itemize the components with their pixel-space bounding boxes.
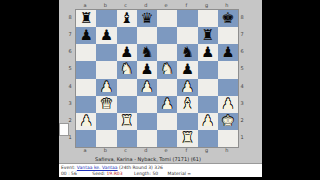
square-f6[interactable]: ♞ [177, 44, 197, 61]
file-labels-bottom: abcdefgh [75, 146, 237, 154]
square-d3[interactable] [137, 96, 157, 113]
square-e7[interactable] [157, 27, 177, 44]
coord-label: b [95, 1, 115, 9]
black-bishop-c8: ♝ [120, 10, 133, 27]
square-d4[interactable]: ♟ [137, 79, 157, 96]
square-a2[interactable]: ♟ [76, 113, 96, 130]
square-a5[interactable] [76, 61, 96, 78]
white-pawn-h3: ♟ [221, 96, 234, 113]
square-h1[interactable] [218, 130, 238, 147]
square-d6[interactable]: ♞ [137, 44, 157, 61]
coord-label: e [156, 1, 176, 9]
square-h5[interactable] [218, 61, 238, 78]
coord-label: 4 [238, 78, 246, 95]
players-line: Safieva, Karina - Nyback, Tomi (7171) (6… [95, 156, 261, 162]
square-b7[interactable]: ♟ [96, 27, 116, 44]
material-text: Material = [168, 171, 191, 176]
square-a3[interactable] [76, 96, 96, 113]
square-b2[interactable] [96, 113, 116, 130]
white-rook-c2: ♜ [120, 113, 133, 130]
square-b1[interactable] [96, 130, 116, 147]
square-c6[interactable]: ♟ [117, 44, 137, 61]
coord-label: 1 [238, 129, 246, 146]
square-b5[interactable] [96, 61, 116, 78]
black-rook-g7: ♜ [201, 27, 214, 44]
white-pawn-e3: ♟ [161, 96, 174, 113]
length-text: Length: 50 [134, 171, 158, 176]
square-c7[interactable] [117, 27, 137, 44]
square-h3[interactable]: ♟ [218, 96, 238, 113]
coord-label: a [75, 1, 95, 9]
square-g3[interactable] [198, 96, 218, 113]
coord-label: b [95, 146, 115, 154]
coord-label: 6 [66, 43, 74, 60]
square-e4[interactable] [157, 79, 177, 96]
square-g2[interactable]: ♟ [198, 113, 218, 130]
square-a1[interactable] [76, 130, 96, 147]
square-b4[interactable]: ♟ [96, 79, 116, 96]
square-c4[interactable] [117, 79, 137, 96]
coord-label: e [156, 146, 176, 154]
coord-label: c [116, 146, 136, 154]
white-bishop-f3: ♝ [181, 96, 194, 113]
coord-label: a [75, 146, 95, 154]
seed-label: Seed: [92, 171, 105, 176]
coord-label: h [217, 146, 237, 154]
square-g5[interactable] [198, 61, 218, 78]
coord-label: g [197, 1, 217, 9]
square-g4[interactable] [198, 79, 218, 96]
square-g7[interactable]: ♜ [198, 27, 218, 44]
square-c8[interactable]: ♝ [117, 10, 137, 27]
coord-label: 4 [66, 78, 74, 95]
coord-label: 5 [66, 60, 74, 77]
square-e5[interactable]: ♞ [157, 61, 177, 78]
length-value: 50 [152, 171, 158, 176]
square-b6[interactable] [96, 44, 116, 61]
coord-label: 8 [238, 9, 246, 26]
chess-board[interactable]: ♜♝♛♚♟♟♜♟♞♞♟♟♞♟♞♟♟♟♟♛♟♝♟♟♜♟♚♜ [75, 9, 239, 148]
coord-label: c [116, 1, 136, 9]
square-d1[interactable] [137, 130, 157, 147]
square-h4[interactable] [218, 79, 238, 96]
coord-label: d [136, 146, 156, 154]
square-b8[interactable] [96, 10, 116, 27]
square-a8[interactable]: ♜ [76, 10, 96, 27]
square-g8[interactable] [198, 10, 218, 27]
coord-label: 7 [238, 26, 246, 43]
coord-label: g [197, 146, 217, 154]
square-c3[interactable] [117, 96, 137, 113]
coord-label: 5 [238, 60, 246, 77]
coord-label: f [176, 146, 196, 154]
square-a7[interactable]: ♟ [76, 27, 96, 44]
square-f1[interactable]: ♜ [177, 130, 197, 147]
black-knight-d6: ♞ [140, 44, 153, 61]
black-pawn-c6: ♟ [120, 44, 133, 61]
square-d5[interactable]: ♟ [137, 61, 157, 78]
white-pawn-g2: ♟ [201, 113, 214, 130]
white-pawn-b4: ♟ [100, 79, 113, 96]
caption-box: Event: Vantaa ke. Vantaa (24th Round 3) … [59, 163, 262, 177]
chess-gui-stage: abcdefgh 87654321 ♜♝♛♚♟♟♜♟♞♞♟♟♞♟♞♟♟♟♟♛♟♝… [59, 0, 262, 176]
square-c2[interactable]: ♜ [117, 113, 137, 130]
coord-label: f [176, 1, 196, 9]
square-h7[interactable] [218, 27, 238, 44]
square-f3[interactable]: ♝ [177, 96, 197, 113]
clock-text: 00 : 56 [61, 171, 77, 176]
white-pawn-f4: ♟ [181, 79, 194, 96]
square-c1[interactable] [117, 130, 137, 147]
coord-label: 3 [238, 95, 246, 112]
event-tail: 326 [154, 165, 163, 170]
black-king-h8: ♚ [221, 10, 234, 27]
white-knight-c5: ♞ [120, 61, 133, 78]
seed-value: 19.R03 [107, 171, 123, 176]
black-rook-a8: ♜ [80, 10, 93, 27]
black-pawn-b7: ♟ [100, 27, 113, 44]
square-e6[interactable] [157, 44, 177, 61]
square-f2[interactable] [177, 113, 197, 130]
side-panel-chip [59, 123, 69, 136]
coord-label: 6 [238, 43, 246, 60]
square-d2[interactable] [137, 113, 157, 130]
coord-label: 7 [66, 26, 74, 43]
length-label: Length: [134, 171, 151, 176]
square-a4[interactable] [76, 79, 96, 96]
file-labels-top: abcdefgh [75, 1, 237, 9]
square-f5[interactable]: ♟ [177, 61, 197, 78]
square-h8[interactable]: ♚ [218, 10, 238, 27]
white-knight-e5: ♞ [161, 61, 174, 78]
square-a6[interactable] [76, 44, 96, 61]
square-e8[interactable] [157, 10, 177, 27]
black-pawn-d5: ♟ [140, 61, 153, 78]
square-d7[interactable] [137, 27, 157, 44]
event-link[interactable]: Vantaa ke. Vantaa [77, 165, 118, 170]
white-king-h2: ♚ [221, 113, 234, 130]
event-line: Event: Vantaa ke. Vantaa (24th Round 3) … [61, 165, 163, 170]
square-g1[interactable] [198, 130, 218, 147]
event-label: Event: [61, 165, 75, 170]
black-queen-d8: ♛ [140, 10, 153, 27]
square-f8[interactable] [177, 10, 197, 27]
video-frame: abcdefgh 87654321 ♜♝♛♚♟♟♜♟♞♞♟♟♞♟♞♟♟♟♟♛♟♝… [0, 0, 320, 180]
square-d8[interactable]: ♛ [137, 10, 157, 27]
white-pawn-a2: ♟ [80, 113, 93, 130]
game-info-line: 00 : 56 Seed: 19.R03 Length: 50 Material… [61, 171, 260, 176]
square-c5[interactable]: ♞ [117, 61, 137, 78]
square-e1[interactable] [157, 130, 177, 147]
square-e2[interactable] [157, 113, 177, 130]
coord-label: 3 [66, 95, 74, 112]
coord-label: h [217, 1, 237, 9]
coord-label: 8 [66, 9, 74, 26]
square-b3[interactable]: ♛ [96, 96, 116, 113]
coord-label: 2 [238, 112, 246, 129]
square-h6[interactable]: ♟ [218, 44, 238, 61]
square-e3[interactable]: ♟ [157, 96, 177, 113]
coord-label: d [136, 1, 156, 9]
square-h2[interactable]: ♚ [218, 113, 238, 130]
white-rook-f1: ♜ [181, 130, 194, 147]
square-g6[interactable]: ♟ [198, 44, 218, 61]
black-knight-f6: ♞ [181, 44, 194, 61]
rank-labels-right: 87654321 [238, 9, 246, 146]
black-pawn-f5: ♟ [181, 61, 194, 78]
white-pawn-d4: ♟ [140, 79, 153, 96]
black-pawn-h6: ♟ [221, 44, 234, 61]
black-pawn-g6: ♟ [201, 44, 214, 61]
seed-text: Seed: 19.R03 [92, 171, 122, 176]
square-f4[interactable]: ♟ [177, 79, 197, 96]
black-pawn-a7: ♟ [80, 27, 93, 44]
square-f7[interactable] [177, 27, 197, 44]
event-detail: (24th Round 3) [119, 165, 153, 170]
board-frame: abcdefgh 87654321 ♜♝♛♚♟♟♜♟♞♞♟♟♞♟♞♟♟♟♟♛♟♝… [65, 0, 247, 154]
white-queen-b3: ♛ [100, 96, 113, 113]
